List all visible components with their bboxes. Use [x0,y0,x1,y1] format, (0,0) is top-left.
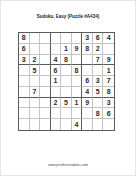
sudoku-cell-r7c4: 2 [51,98,62,109]
sudoku-cell-r9c6: 4 [72,119,83,130]
sudoku-cell-r6c6[interactable] [72,87,83,98]
sudoku-cell-r3c1: 3 [19,55,30,66]
sudoku-cell-r8c3[interactable] [40,108,51,119]
sudoku-cell-r4c7[interactable] [82,65,93,76]
sudoku-cell-r1c6[interactable] [72,33,83,44]
sudoku-cell-r3c9: 9 [103,55,114,66]
sudoku-cell-r9c4[interactable] [51,119,62,130]
sudoku-cell-r1c3[interactable] [40,33,51,44]
sudoku-cell-r8c4[interactable] [51,108,62,119]
sudoku-cell-r9c1[interactable] [19,119,30,130]
sudoku-cell-r8c7[interactable] [82,108,93,119]
sudoku-cell-r6c3[interactable] [40,87,51,98]
sudoku-cell-r1c9: 4 [103,33,114,44]
sudoku-cell-r2c5: 1 [61,44,72,55]
sudoku-cell-r3c8: 7 [93,55,104,66]
sudoku-cell-r7c9: 3 [103,98,114,109]
sudoku-cell-r9c9[interactable] [103,119,114,130]
sudoku-cell-r7c3[interactable] [40,98,51,109]
sudoku-cell-r1c7: 3 [82,33,93,44]
sudoku-cell-r8c2[interactable] [30,108,41,119]
sudoku-cell-r5c8: 3 [93,76,104,87]
sudoku-cell-r6c2: 7 [30,87,41,98]
sudoku-cell-r8c1[interactable] [19,108,30,119]
sudoku-cell-r5c5[interactable] [61,76,72,87]
sudoku-cell-r9c5[interactable] [61,119,72,130]
sudoku-cell-r4c3[interactable] [40,65,51,76]
sudoku-cell-r7c6: 1 [72,98,83,109]
sudoku-cell-r5c1[interactable] [19,76,30,87]
sudoku-cell-r4c4: 6 [51,65,62,76]
sudoku-cell-r3c7[interactable] [82,55,93,66]
sudoku-cell-r3c2: 2 [30,55,41,66]
sudoku-cell-r9c2[interactable] [30,119,41,130]
sudoku-cell-r7c2[interactable] [30,98,41,109]
sudoku-cell-r5c9: 7 [103,76,114,87]
sudoku-cell-r5c7: 6 [82,76,93,87]
sudoku-cell-r8c8: 8 [93,108,104,119]
sudoku-cell-r5c2[interactable] [30,76,41,87]
sudoku-cell-r4c6: 8 [72,65,83,76]
sudoku-cell-r9c7[interactable] [82,119,93,130]
sudoku-cell-r9c8[interactable] [93,119,104,130]
sudoku-cell-r5c6[interactable] [72,76,83,87]
sudoku-cell-r2c3[interactable] [40,44,51,55]
sudoku-cell-r8c6[interactable] [72,108,83,119]
sudoku-cell-r2c6: 9 [72,44,83,55]
sudoku-cell-r1c5[interactable] [61,33,72,44]
sudoku-cell-r1c2[interactable] [30,33,41,44]
sudoku-cell-r5c3[interactable] [40,76,51,87]
sudoku-cell-r2c8: 2 [93,44,104,55]
sudoku-board: 83646198232487956811637745825193864 [18,32,115,131]
sudoku-cell-r2c9[interactable] [103,44,114,55]
sudoku-cell-r4c5[interactable] [61,65,72,76]
sudoku-cell-r3c3[interactable] [40,55,51,66]
sudoku-cell-r2c1: 6 [19,44,30,55]
sudoku-cell-r2c4[interactable] [51,44,62,55]
sudoku-cell-r4c2: 5 [30,65,41,76]
sudoku-cell-r5c4: 1 [51,76,62,87]
sudoku-cell-r6c1[interactable] [19,87,30,98]
sudoku-cell-r9c3[interactable] [40,119,51,130]
sudoku-cell-r8c9: 6 [103,108,114,119]
sudoku-cell-r2c2[interactable] [30,44,41,55]
sudoku-cell-r7c5: 5 [61,98,72,109]
sudoku-cell-r4c9: 1 [103,65,114,76]
footer-url: www.printfreesudoku.com [1,163,135,167]
sudoku-cell-r6c8: 5 [93,87,104,98]
sudoku-cell-r7c7: 9 [82,98,93,109]
sudoku-cell-r2c7: 8 [82,44,93,55]
sudoku-cell-r4c8[interactable] [93,65,104,76]
sudoku-page: Sudoku, Easy (Puzzle #A434) 836461982324… [0,0,136,176]
sudoku-cell-r8c5[interactable] [61,108,72,119]
sudoku-cell-r7c8[interactable] [93,98,104,109]
sudoku-cell-r6c9: 8 [103,87,114,98]
page-title: Sudoku, Easy (Puzzle #A434) [1,14,135,19]
sudoku-cell-r6c4[interactable] [51,87,62,98]
sudoku-cell-r7c1[interactable] [19,98,30,109]
sudoku-cell-r3c4: 4 [51,55,62,66]
sudoku-cell-r3c6[interactable] [72,55,83,66]
sudoku-cell-r1c1: 8 [19,33,30,44]
sudoku-cell-r4c1[interactable] [19,65,30,76]
sudoku-cell-r1c4[interactable] [51,33,62,44]
sudoku-cell-r1c8: 6 [93,33,104,44]
sudoku-cell-r3c5: 8 [61,55,72,66]
sudoku-cell-r6c5[interactable] [61,87,72,98]
sudoku-cell-r6c7: 4 [82,87,93,98]
